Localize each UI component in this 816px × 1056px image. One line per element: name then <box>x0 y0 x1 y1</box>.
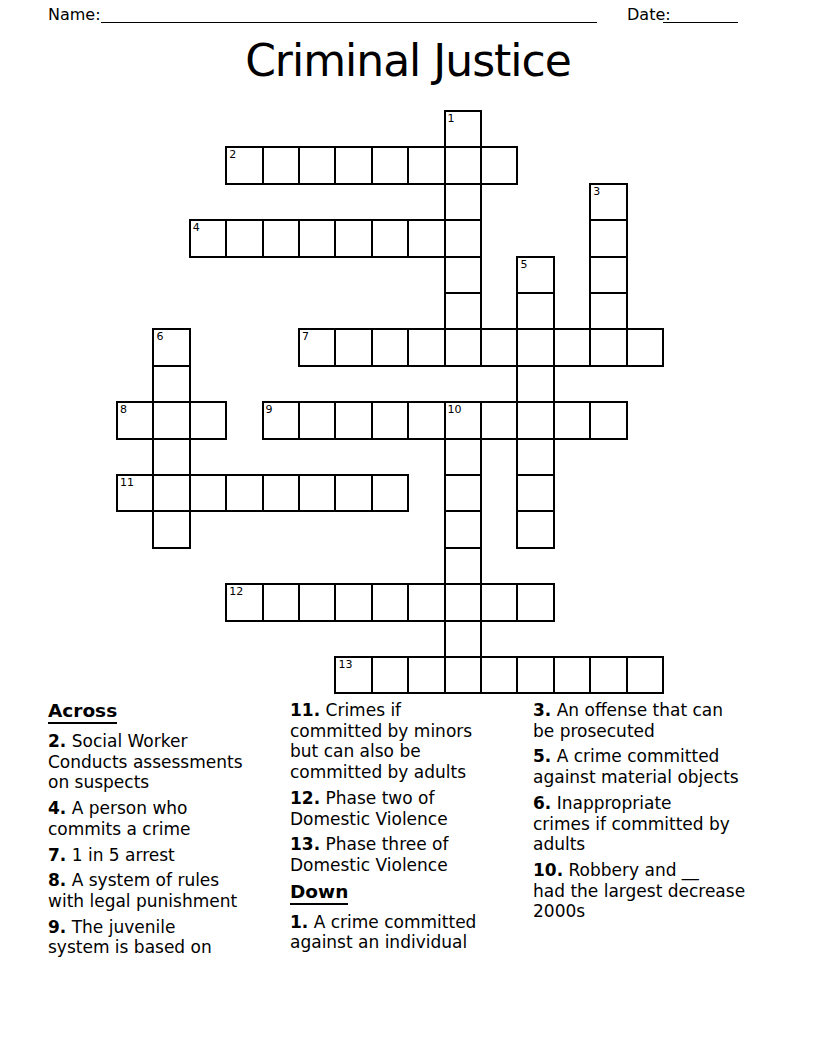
clue-list-number: 13. <box>290 834 320 854</box>
grid-cell[interactable] <box>298 146 336 184</box>
grid-cell[interactable] <box>407 219 445 257</box>
grid-cell[interactable] <box>152 401 190 439</box>
clue-list-number: 2. <box>48 731 66 751</box>
clue-list-number: 3. <box>533 700 551 720</box>
clue-text: 12. Phase two ofDomestic Violence <box>290 788 528 829</box>
clue-text: 8. A system of ruleswith legal punishmen… <box>48 870 288 911</box>
grid-cell[interactable] <box>480 583 518 621</box>
grid-cell[interactable] <box>516 292 554 330</box>
clue-number: 11 <box>120 476 134 489</box>
clue-number: 2 <box>229 148 236 161</box>
grid-cell[interactable]: 4 <box>189 219 227 257</box>
grid-cell[interactable]: 13 <box>334 656 372 694</box>
name-label: Name: <box>48 5 101 24</box>
grid-cell[interactable] <box>334 146 372 184</box>
grid-cell[interactable] <box>516 474 554 512</box>
grid-cell[interactable]: 7 <box>298 328 336 366</box>
grid-cell[interactable] <box>444 547 482 585</box>
grid-cell[interactable] <box>516 328 554 366</box>
grid-cell[interactable] <box>407 146 445 184</box>
clue-list-number: 11. <box>290 700 320 720</box>
clue-text: 5. A crime committedagainst material obj… <box>533 746 795 787</box>
grid-cell[interactable] <box>480 401 518 439</box>
grid-cell[interactable]: 1 <box>444 110 482 148</box>
clue-text: 9. The juvenilesystem is based on <box>48 917 288 958</box>
grid-cell[interactable]: 12 <box>225 583 263 621</box>
grid-cell[interactable] <box>589 292 627 330</box>
clue-text: 3. An offense that canbe prosecuted <box>533 700 795 741</box>
name-input-line[interactable] <box>101 6 597 23</box>
grid-cell[interactable] <box>371 328 409 366</box>
grid-cell[interactable] <box>444 328 482 366</box>
grid-cell[interactable] <box>262 474 300 512</box>
grid-cell[interactable] <box>626 656 664 694</box>
clue-number: 5 <box>520 258 527 271</box>
clues-section-header: Down <box>290 881 348 905</box>
clue-text: 4. A person whocommits a crime <box>48 798 288 839</box>
grid-cell[interactable] <box>516 510 554 548</box>
grid-cell[interactable] <box>516 583 554 621</box>
grid-cell[interactable] <box>262 219 300 257</box>
grid-cell[interactable] <box>334 219 372 257</box>
grid-cell[interactable] <box>553 401 591 439</box>
page-title: Criminal Justice <box>0 33 816 88</box>
grid-cell[interactable] <box>407 656 445 694</box>
clue-number: 13 <box>338 658 352 671</box>
grid-cell[interactable]: 11 <box>116 474 154 512</box>
grid-cell[interactable]: 6 <box>152 328 190 366</box>
grid-cell[interactable] <box>371 474 409 512</box>
grid-cell[interactable] <box>444 146 482 184</box>
worksheet-page: Name: Date: Criminal Justice 12345678910… <box>0 0 816 1056</box>
grid-cell[interactable]: 9 <box>262 401 300 439</box>
grid-cell[interactable] <box>480 656 518 694</box>
grid-cell[interactable] <box>371 656 409 694</box>
crossword-grid: 12345678910111213 <box>116 110 665 695</box>
grid-cell[interactable]: 3 <box>589 183 627 221</box>
grid-cell[interactable] <box>371 146 409 184</box>
grid-cell[interactable] <box>444 438 482 476</box>
clue-list-number: 5. <box>533 746 551 766</box>
grid-cell[interactable] <box>444 583 482 621</box>
clue-number: 1 <box>448 112 455 125</box>
grid-cell[interactable] <box>480 146 518 184</box>
grid-cell[interactable] <box>589 219 627 257</box>
grid-cell[interactable] <box>152 474 190 512</box>
clue-text: 2. Social WorkerConducts assessmentson s… <box>48 731 288 793</box>
grid-cell[interactable] <box>444 183 482 221</box>
clue-text: 1. A crime committedagainst an individua… <box>290 912 528 953</box>
clues-column-middle: 11. Crimes ifcommitted by minorsbut can … <box>290 700 528 958</box>
grid-cell[interactable] <box>589 401 627 439</box>
clue-list-number: 1. <box>290 912 308 932</box>
grid-cell[interactable] <box>626 328 664 366</box>
grid-cell[interactable] <box>262 146 300 184</box>
grid-cell[interactable] <box>298 401 336 439</box>
clue-number: 6 <box>156 330 163 343</box>
grid-cell[interactable] <box>298 219 336 257</box>
grid-cell[interactable] <box>444 219 482 257</box>
grid-cell[interactable] <box>444 256 482 294</box>
clue-text: 6. Inappropriatecrimes if committed byad… <box>533 793 795 855</box>
clue-list-number: 4. <box>48 798 66 818</box>
clue-text: 10. Robbery and __had the largest decrea… <box>533 860 795 922</box>
clue-list-number: 9. <box>48 917 66 937</box>
grid-cell[interactable] <box>589 256 627 294</box>
grid-cell[interactable] <box>371 219 409 257</box>
clue-list-number: 10. <box>533 860 563 880</box>
grid-cell[interactable] <box>480 328 518 366</box>
clue-text: 11. Crimes ifcommitted by minorsbut can … <box>290 700 528 783</box>
clue-text: 13. Phase three ofDomestic Violence <box>290 834 528 875</box>
clue-number: 8 <box>120 403 127 416</box>
clue-list-number: 6. <box>533 793 551 813</box>
grid-cell[interactable] <box>225 474 263 512</box>
clues-column-across: Across2. Social WorkerConducts assessmen… <box>48 700 288 963</box>
clue-list-number: 7. <box>48 845 66 865</box>
grid-cell[interactable] <box>152 438 190 476</box>
clue-number: 3 <box>593 185 600 198</box>
grid-cell[interactable]: 8 <box>116 401 154 439</box>
grid-cell[interactable] <box>553 328 591 366</box>
grid-cell[interactable] <box>444 292 482 330</box>
grid-cell[interactable] <box>516 401 554 439</box>
clue-number: 4 <box>193 221 200 234</box>
grid-cell[interactable] <box>553 656 591 694</box>
grid-cell[interactable] <box>334 328 372 366</box>
grid-cell[interactable] <box>298 474 336 512</box>
grid-cell[interactable] <box>444 474 482 512</box>
grid-cell[interactable] <box>589 656 627 694</box>
clue-number: 7 <box>302 330 309 343</box>
grid-cell[interactable] <box>407 401 445 439</box>
grid-cell[interactable] <box>444 510 482 548</box>
grid-cell[interactable] <box>371 583 409 621</box>
grid-cell[interactable] <box>189 401 227 439</box>
clue-text: 7. 1 in 5 arrest <box>48 845 288 866</box>
grid-cell[interactable] <box>589 328 627 366</box>
grid-cell[interactable] <box>516 656 554 694</box>
grid-cell[interactable] <box>516 365 554 403</box>
grid-cell[interactable] <box>262 583 300 621</box>
grid-cell[interactable] <box>334 474 372 512</box>
clue-number: 10 <box>448 403 462 416</box>
grid-cell[interactable]: 5 <box>516 256 554 294</box>
grid-cell[interactable] <box>225 219 263 257</box>
grid-cell[interactable] <box>407 328 445 366</box>
clue-list-number: 8. <box>48 870 66 890</box>
grid-cell[interactable] <box>444 656 482 694</box>
grid-cell[interactable]: 10 <box>444 401 482 439</box>
grid-cell[interactable] <box>334 401 372 439</box>
clue-list-number: 12. <box>290 788 320 808</box>
grid-cell[interactable] <box>371 401 409 439</box>
grid-cell[interactable] <box>152 510 190 548</box>
clues-section-header: Across <box>48 700 117 724</box>
grid-cell[interactable] <box>152 365 190 403</box>
grid-cell[interactable] <box>407 583 445 621</box>
grid-cell[interactable] <box>444 620 482 658</box>
grid-cell[interactable] <box>189 474 227 512</box>
grid-cell[interactable] <box>298 583 336 621</box>
clue-number: 9 <box>266 403 273 416</box>
clue-number: 12 <box>229 585 243 598</box>
grid-cell[interactable] <box>334 583 372 621</box>
grid-cell[interactable] <box>516 438 554 476</box>
grid-cell[interactable]: 2 <box>225 146 263 184</box>
clues-column-down: 3. An offense that canbe prosecuted5. A … <box>533 700 795 927</box>
date-input-line[interactable] <box>663 6 738 23</box>
